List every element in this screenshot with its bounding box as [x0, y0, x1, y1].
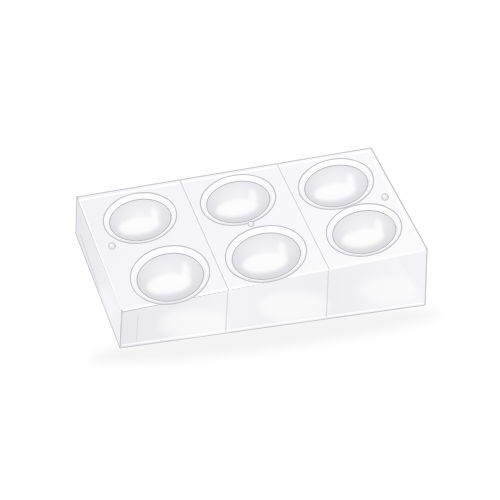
- vent-hole-highlight: [383, 195, 386, 198]
- vent-hole-highlight: [249, 222, 252, 225]
- product-photo: [0, 0, 500, 500]
- mold-illustration: [0, 0, 500, 500]
- vent-hole-highlight: [110, 244, 113, 247]
